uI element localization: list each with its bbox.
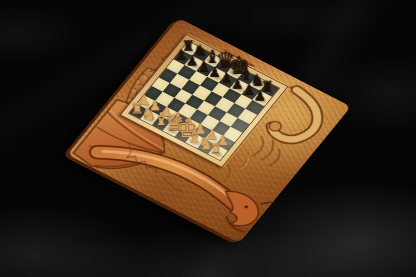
square-g6[interactable] xyxy=(234,94,253,109)
square-c4[interactable] xyxy=(174,89,193,104)
scene: ♜♞♝♛♚♝♞♜♟♟♟♟♟♟♟♟♟♟♟♟♟♟♟♟♜♞♝♛♚♝♞♜ xyxy=(0,0,416,277)
square-f6[interactable] xyxy=(223,88,242,103)
square-c6[interactable] xyxy=(189,71,208,86)
square-a5[interactable] xyxy=(159,68,178,83)
square-h5[interactable] xyxy=(238,109,257,124)
square-e4[interactable] xyxy=(197,100,216,115)
square-g4[interactable] xyxy=(219,112,238,127)
square-g5[interactable] xyxy=(227,103,246,118)
white-rook-h1[interactable]: ♜ xyxy=(209,143,223,156)
square-e5[interactable] xyxy=(204,91,223,106)
square-h1[interactable]: ♜ xyxy=(209,145,228,160)
square-e6[interactable] xyxy=(211,82,230,97)
square-a4[interactable] xyxy=(151,77,170,92)
square-b5[interactable] xyxy=(170,74,189,89)
square-c5[interactable] xyxy=(181,80,200,95)
square-f5[interactable] xyxy=(215,97,234,112)
square-d5[interactable] xyxy=(193,85,212,100)
square-d6[interactable] xyxy=(200,76,219,91)
square-b4[interactable] xyxy=(163,83,182,98)
black-pawn-h7[interactable]: ♟ xyxy=(253,90,267,102)
square-b6[interactable] xyxy=(177,65,196,80)
square-h7[interactable]: ♟ xyxy=(253,91,272,106)
square-d4[interactable] xyxy=(185,94,204,109)
square-h6[interactable] xyxy=(245,100,264,115)
square-a6[interactable] xyxy=(166,59,185,74)
square-f4[interactable] xyxy=(208,106,227,121)
square-h4[interactable] xyxy=(231,118,250,133)
